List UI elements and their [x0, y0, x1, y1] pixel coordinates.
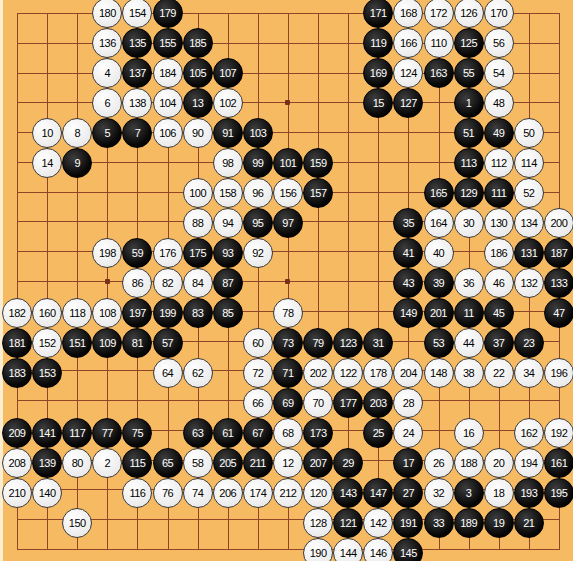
intersection-7-1[interactable]	[213, 28, 243, 58]
intersection-6-8[interactable]: 175	[183, 238, 213, 268]
intersection-3-6[interactable]	[92, 178, 122, 208]
intersection-17-1[interactable]	[514, 28, 544, 58]
intersection-6-1[interactable]: 185	[183, 28, 213, 58]
intersection-8-15[interactable]: 211	[243, 448, 273, 478]
intersection-9-3[interactable]	[273, 88, 303, 118]
intersection-11-18[interactable]: 144	[333, 538, 363, 561]
intersection-9-5[interactable]: 101	[273, 148, 303, 178]
intersection-5-2[interactable]: 184	[153, 58, 183, 88]
intersection-9-13[interactable]: 69	[273, 388, 303, 418]
intersection-9-10[interactable]: 78	[273, 298, 303, 328]
intersection-16-5[interactable]: 112	[484, 148, 514, 178]
intersection-6-7[interactable]: 88	[183, 208, 213, 238]
intersection-3-1[interactable]: 136	[92, 28, 122, 58]
intersection-0-5[interactable]	[2, 148, 32, 178]
intersection-5-16[interactable]: 76	[153, 478, 183, 508]
intersection-15-13[interactable]	[454, 388, 484, 418]
intersection-13-4[interactable]	[393, 118, 423, 148]
intersection-7-7[interactable]: 94	[213, 208, 243, 238]
intersection-1-7[interactable]	[32, 208, 62, 238]
intersection-13-2[interactable]: 124	[393, 58, 423, 88]
intersection-2-8[interactable]	[62, 238, 92, 268]
intersection-8-10[interactable]	[243, 298, 273, 328]
intersection-13-8[interactable]: 41	[393, 238, 423, 268]
intersection-4-7[interactable]	[122, 208, 152, 238]
intersection-4-8[interactable]: 59	[122, 238, 152, 268]
intersection-12-13[interactable]: 203	[363, 388, 393, 418]
intersection-0-3[interactable]	[2, 88, 32, 118]
intersection-4-6[interactable]	[122, 178, 152, 208]
intersection-2-15[interactable]: 80	[62, 448, 92, 478]
intersection-6-0[interactable]	[183, 0, 213, 28]
intersection-14-15[interactable]: 26	[423, 448, 453, 478]
intersection-7-5[interactable]: 98	[213, 148, 243, 178]
intersection-8-16[interactable]: 174	[243, 478, 273, 508]
intersection-6-12[interactable]: 62	[183, 358, 213, 388]
intersection-17-18[interactable]	[514, 538, 544, 561]
intersection-7-6[interactable]: 158	[213, 178, 243, 208]
intersection-10-13[interactable]: 70	[303, 388, 333, 418]
intersection-14-9[interactable]: 39	[423, 268, 453, 298]
intersection-11-17[interactable]: 121	[333, 508, 363, 538]
intersection-18-13[interactable]	[544, 388, 573, 418]
intersection-17-16[interactable]: 193	[514, 478, 544, 508]
intersection-12-5[interactable]	[363, 148, 393, 178]
intersection-5-17[interactable]	[153, 508, 183, 538]
intersection-12-12[interactable]: 178	[363, 358, 393, 388]
intersection-14-0[interactable]: 172	[423, 0, 453, 28]
intersection-16-6[interactable]: 111	[484, 178, 514, 208]
intersection-3-13[interactable]	[92, 388, 122, 418]
intersection-17-2[interactable]	[514, 58, 544, 88]
intersection-18-14[interactable]: 192	[544, 418, 573, 448]
intersection-4-18[interactable]	[122, 538, 152, 561]
intersection-18-12[interactable]: 196	[544, 358, 573, 388]
intersection-18-8[interactable]: 187	[544, 238, 573, 268]
intersection-16-7[interactable]: 130	[484, 208, 514, 238]
intersection-3-18[interactable]	[92, 538, 122, 561]
intersection-2-17[interactable]: 150	[62, 508, 92, 538]
intersection-1-6[interactable]	[32, 178, 62, 208]
intersection-5-13[interactable]	[153, 388, 183, 418]
intersection-10-5[interactable]: 159	[303, 148, 333, 178]
intersection-11-7[interactable]	[333, 208, 363, 238]
intersection-1-18[interactable]	[32, 538, 62, 561]
intersection-8-0[interactable]	[243, 0, 273, 28]
intersection-5-9[interactable]: 82	[153, 268, 183, 298]
intersection-1-17[interactable]	[32, 508, 62, 538]
intersection-7-10[interactable]: 85	[213, 298, 243, 328]
intersection-11-5[interactable]	[333, 148, 363, 178]
intersection-5-10[interactable]: 199	[153, 298, 183, 328]
intersection-12-6[interactable]	[363, 178, 393, 208]
intersection-7-0[interactable]	[213, 0, 243, 28]
intersection-13-11[interactable]	[393, 328, 423, 358]
intersection-17-13[interactable]	[514, 388, 544, 418]
intersection-6-15[interactable]: 58	[183, 448, 213, 478]
intersection-4-12[interactable]	[122, 358, 152, 388]
intersection-14-2[interactable]: 163	[423, 58, 453, 88]
intersection-16-4[interactable]: 49	[484, 118, 514, 148]
intersection-11-9[interactable]	[333, 268, 363, 298]
intersection-18-6[interactable]	[544, 178, 573, 208]
intersection-9-18[interactable]	[273, 538, 303, 561]
intersection-14-5[interactable]	[423, 148, 453, 178]
intersection-1-11[interactable]: 152	[32, 328, 62, 358]
intersection-16-10[interactable]: 45	[484, 298, 514, 328]
intersection-18-17[interactable]	[544, 508, 573, 538]
intersection-2-5[interactable]: 9	[62, 148, 92, 178]
intersection-11-10[interactable]	[333, 298, 363, 328]
intersection-5-7[interactable]	[153, 208, 183, 238]
intersection-13-1[interactable]: 166	[393, 28, 423, 58]
intersection-0-17[interactable]	[2, 508, 32, 538]
intersection-4-2[interactable]: 137	[122, 58, 152, 88]
intersection-12-7[interactable]	[363, 208, 393, 238]
intersection-0-13[interactable]	[2, 388, 32, 418]
intersection-3-7[interactable]	[92, 208, 122, 238]
intersection-5-18[interactable]	[153, 538, 183, 561]
intersection-3-9[interactable]	[92, 268, 122, 298]
intersection-2-18[interactable]	[62, 538, 92, 561]
intersection-18-10[interactable]: 47	[544, 298, 573, 328]
intersection-7-16[interactable]: 206	[213, 478, 243, 508]
intersection-4-15[interactable]: 115	[122, 448, 152, 478]
intersection-17-15[interactable]: 194	[514, 448, 544, 478]
intersection-2-12[interactable]	[62, 358, 92, 388]
intersection-1-12[interactable]: 153	[32, 358, 62, 388]
intersection-6-4[interactable]: 90	[183, 118, 213, 148]
intersection-0-4[interactable]	[2, 118, 32, 148]
intersection-16-15[interactable]: 20	[484, 448, 514, 478]
intersection-3-10[interactable]: 108	[92, 298, 122, 328]
intersection-12-14[interactable]: 25	[363, 418, 393, 448]
intersection-11-6[interactable]	[333, 178, 363, 208]
intersection-15-1[interactable]: 125	[454, 28, 484, 58]
intersection-14-16[interactable]: 32	[423, 478, 453, 508]
intersection-10-8[interactable]	[303, 238, 333, 268]
intersection-13-16[interactable]: 27	[393, 478, 423, 508]
intersection-14-6[interactable]: 165	[423, 178, 453, 208]
intersection-6-17[interactable]	[183, 508, 213, 538]
intersection-0-14[interactable]: 209	[2, 418, 32, 448]
intersection-10-9[interactable]	[303, 268, 333, 298]
intersection-6-5[interactable]	[183, 148, 213, 178]
intersection-6-16[interactable]: 74	[183, 478, 213, 508]
intersection-1-4[interactable]: 10	[32, 118, 62, 148]
intersection-2-2[interactable]	[62, 58, 92, 88]
intersection-14-12[interactable]: 148	[423, 358, 453, 388]
intersection-16-18[interactable]	[484, 538, 514, 561]
intersection-2-3[interactable]	[62, 88, 92, 118]
intersection-13-10[interactable]: 149	[393, 298, 423, 328]
intersection-2-13[interactable]	[62, 388, 92, 418]
intersection-16-3[interactable]: 48	[484, 88, 514, 118]
intersection-10-14[interactable]: 173	[303, 418, 333, 448]
intersection-13-15[interactable]: 17	[393, 448, 423, 478]
intersection-0-16[interactable]: 210	[2, 478, 32, 508]
intersection-1-10[interactable]: 160	[32, 298, 62, 328]
intersection-7-17[interactable]	[213, 508, 243, 538]
intersection-0-8[interactable]	[2, 238, 32, 268]
intersection-12-11[interactable]: 31	[363, 328, 393, 358]
intersection-5-14[interactable]	[153, 418, 183, 448]
intersection-10-1[interactable]	[303, 28, 333, 58]
intersection-3-3[interactable]: 6	[92, 88, 122, 118]
intersection-8-11[interactable]: 60	[243, 328, 273, 358]
intersection-11-1[interactable]	[333, 28, 363, 58]
intersection-6-13[interactable]	[183, 388, 213, 418]
intersection-18-5[interactable]	[544, 148, 573, 178]
intersection-17-0[interactable]	[514, 0, 544, 28]
intersection-8-3[interactable]	[243, 88, 273, 118]
intersection-0-12[interactable]: 183	[2, 358, 32, 388]
intersection-7-2[interactable]: 107	[213, 58, 243, 88]
intersection-8-4[interactable]: 103	[243, 118, 273, 148]
intersection-15-12[interactable]: 38	[454, 358, 484, 388]
intersection-16-0[interactable]: 170	[484, 0, 514, 28]
intersection-5-11[interactable]: 57	[153, 328, 183, 358]
intersection-7-18[interactable]	[213, 538, 243, 561]
intersection-4-11[interactable]: 81	[122, 328, 152, 358]
intersection-0-18[interactable]	[2, 538, 32, 561]
intersection-6-10[interactable]: 83	[183, 298, 213, 328]
intersection-0-0[interactable]	[2, 0, 32, 28]
intersection-5-6[interactable]	[153, 178, 183, 208]
intersection-15-17[interactable]: 189	[454, 508, 484, 538]
intersection-9-7[interactable]: 97	[273, 208, 303, 238]
intersection-15-16[interactable]: 3	[454, 478, 484, 508]
intersection-8-17[interactable]	[243, 508, 273, 538]
intersection-8-8[interactable]: 92	[243, 238, 273, 268]
intersection-2-6[interactable]	[62, 178, 92, 208]
intersection-10-18[interactable]: 190	[303, 538, 333, 561]
intersection-17-8[interactable]: 131	[514, 238, 544, 268]
intersection-12-17[interactable]: 142	[363, 508, 393, 538]
intersection-14-7[interactable]: 164	[423, 208, 453, 238]
intersection-16-8[interactable]: 186	[484, 238, 514, 268]
intersection-11-4[interactable]	[333, 118, 363, 148]
intersection-8-7[interactable]: 95	[243, 208, 273, 238]
intersection-14-18[interactable]	[423, 538, 453, 561]
intersection-15-6[interactable]: 129	[454, 178, 484, 208]
intersection-12-2[interactable]: 169	[363, 58, 393, 88]
intersection-14-10[interactable]: 201	[423, 298, 453, 328]
intersection-17-14[interactable]: 162	[514, 418, 544, 448]
intersection-13-12[interactable]: 204	[393, 358, 423, 388]
intersection-15-7[interactable]: 30	[454, 208, 484, 238]
intersection-14-8[interactable]: 40	[423, 238, 453, 268]
intersection-9-4[interactable]	[273, 118, 303, 148]
intersection-15-15[interactable]: 188	[454, 448, 484, 478]
intersection-12-4[interactable]	[363, 118, 393, 148]
intersection-1-8[interactable]	[32, 238, 62, 268]
intersection-18-4[interactable]	[544, 118, 573, 148]
intersection-5-1[interactable]: 155	[153, 28, 183, 58]
intersection-9-16[interactable]: 212	[273, 478, 303, 508]
intersection-11-14[interactable]	[333, 418, 363, 448]
intersection-18-11[interactable]	[544, 328, 573, 358]
intersection-7-14[interactable]: 61	[213, 418, 243, 448]
intersection-4-9[interactable]: 86	[122, 268, 152, 298]
intersection-4-10[interactable]: 197	[122, 298, 152, 328]
intersection-8-9[interactable]	[243, 268, 273, 298]
intersection-2-1[interactable]	[62, 28, 92, 58]
intersection-14-1[interactable]: 110	[423, 28, 453, 58]
intersection-18-16[interactable]: 195	[544, 478, 573, 508]
intersection-7-8[interactable]: 93	[213, 238, 243, 268]
intersection-4-1[interactable]: 135	[122, 28, 152, 58]
intersection-9-9[interactable]	[273, 268, 303, 298]
intersection-3-15[interactable]: 2	[92, 448, 122, 478]
intersection-8-5[interactable]: 99	[243, 148, 273, 178]
intersection-3-4[interactable]: 5	[92, 118, 122, 148]
intersection-2-4[interactable]: 8	[62, 118, 92, 148]
intersection-11-16[interactable]: 143	[333, 478, 363, 508]
intersection-8-2[interactable]	[243, 58, 273, 88]
intersection-10-2[interactable]	[303, 58, 333, 88]
intersection-16-1[interactable]: 56	[484, 28, 514, 58]
intersection-4-13[interactable]	[122, 388, 152, 418]
intersection-7-12[interactable]	[213, 358, 243, 388]
intersection-11-13[interactable]: 177	[333, 388, 363, 418]
intersection-12-8[interactable]	[363, 238, 393, 268]
intersection-0-2[interactable]	[2, 58, 32, 88]
intersection-11-0[interactable]	[333, 0, 363, 28]
intersection-10-12[interactable]: 202	[303, 358, 333, 388]
intersection-12-3[interactable]: 15	[363, 88, 393, 118]
intersection-16-11[interactable]: 37	[484, 328, 514, 358]
intersection-14-11[interactable]: 53	[423, 328, 453, 358]
intersection-0-11[interactable]: 181	[2, 328, 32, 358]
intersection-17-10[interactable]	[514, 298, 544, 328]
intersection-12-16[interactable]: 147	[363, 478, 393, 508]
intersection-11-8[interactable]	[333, 238, 363, 268]
intersection-8-12[interactable]: 72	[243, 358, 273, 388]
intersection-18-0[interactable]	[544, 0, 573, 28]
intersection-13-13[interactable]: 28	[393, 388, 423, 418]
intersection-10-11[interactable]: 79	[303, 328, 333, 358]
intersection-6-6[interactable]: 100	[183, 178, 213, 208]
intersection-12-10[interactable]	[363, 298, 393, 328]
intersection-5-3[interactable]: 104	[153, 88, 183, 118]
intersection-14-13[interactable]	[423, 388, 453, 418]
intersection-14-14[interactable]	[423, 418, 453, 448]
intersection-6-18[interactable]	[183, 538, 213, 561]
intersection-2-10[interactable]: 118	[62, 298, 92, 328]
intersection-13-7[interactable]: 35	[393, 208, 423, 238]
intersection-11-15[interactable]: 29	[333, 448, 363, 478]
intersection-8-14[interactable]: 67	[243, 418, 273, 448]
intersection-13-3[interactable]: 127	[393, 88, 423, 118]
intersection-5-5[interactable]	[153, 148, 183, 178]
intersection-2-7[interactable]	[62, 208, 92, 238]
intersection-13-17[interactable]: 191	[393, 508, 423, 538]
intersection-17-11[interactable]: 23	[514, 328, 544, 358]
intersection-15-10[interactable]: 11	[454, 298, 484, 328]
intersection-16-9[interactable]: 46	[484, 268, 514, 298]
intersection-3-8[interactable]: 198	[92, 238, 122, 268]
intersection-2-16[interactable]	[62, 478, 92, 508]
intersection-7-3[interactable]: 102	[213, 88, 243, 118]
intersection-5-12[interactable]: 64	[153, 358, 183, 388]
intersection-1-3[interactable]	[32, 88, 62, 118]
intersection-15-8[interactable]	[454, 238, 484, 268]
intersection-10-4[interactable]	[303, 118, 333, 148]
intersection-15-11[interactable]: 44	[454, 328, 484, 358]
intersection-5-15[interactable]: 65	[153, 448, 183, 478]
intersection-9-14[interactable]: 68	[273, 418, 303, 448]
intersection-7-13[interactable]	[213, 388, 243, 418]
intersection-3-17[interactable]	[92, 508, 122, 538]
intersection-15-2[interactable]: 55	[454, 58, 484, 88]
intersection-17-17[interactable]: 21	[514, 508, 544, 538]
intersection-14-17[interactable]: 33	[423, 508, 453, 538]
intersection-17-7[interactable]: 134	[514, 208, 544, 238]
intersection-10-15[interactable]: 207	[303, 448, 333, 478]
intersection-18-7[interactable]: 200	[544, 208, 573, 238]
intersection-6-14[interactable]: 63	[183, 418, 213, 448]
intersection-17-12[interactable]: 34	[514, 358, 544, 388]
intersection-3-11[interactable]: 109	[92, 328, 122, 358]
intersection-15-14[interactable]: 16	[454, 418, 484, 448]
intersection-0-6[interactable]	[2, 178, 32, 208]
intersection-4-5[interactable]	[122, 148, 152, 178]
intersection-7-9[interactable]: 87	[213, 268, 243, 298]
intersection-3-16[interactable]	[92, 478, 122, 508]
intersection-3-2[interactable]: 4	[92, 58, 122, 88]
intersection-16-14[interactable]	[484, 418, 514, 448]
intersection-0-10[interactable]: 182	[2, 298, 32, 328]
intersection-1-16[interactable]: 140	[32, 478, 62, 508]
intersection-0-7[interactable]	[2, 208, 32, 238]
intersection-10-10[interactable]	[303, 298, 333, 328]
intersection-18-3[interactable]	[544, 88, 573, 118]
intersection-4-14[interactable]: 75	[122, 418, 152, 448]
intersection-18-2[interactable]	[544, 58, 573, 88]
intersection-10-3[interactable]	[303, 88, 333, 118]
intersection-0-15[interactable]: 208	[2, 448, 32, 478]
intersection-1-15[interactable]: 139	[32, 448, 62, 478]
intersection-12-1[interactable]: 119	[363, 28, 393, 58]
intersection-7-11[interactable]	[213, 328, 243, 358]
intersection-9-6[interactable]: 156	[273, 178, 303, 208]
intersection-17-3[interactable]	[514, 88, 544, 118]
intersection-18-1[interactable]	[544, 28, 573, 58]
intersection-6-3[interactable]: 13	[183, 88, 213, 118]
intersection-7-15[interactable]: 205	[213, 448, 243, 478]
intersection-12-9[interactable]	[363, 268, 393, 298]
intersection-16-16[interactable]: 18	[484, 478, 514, 508]
intersection-15-3[interactable]: 1	[454, 88, 484, 118]
intersection-1-9[interactable]	[32, 268, 62, 298]
intersection-10-6[interactable]: 157	[303, 178, 333, 208]
intersection-6-2[interactable]: 105	[183, 58, 213, 88]
intersection-13-18[interactable]: 145	[393, 538, 423, 561]
intersection-8-13[interactable]: 66	[243, 388, 273, 418]
intersection-10-7[interactable]	[303, 208, 333, 238]
intersection-1-13[interactable]	[32, 388, 62, 418]
intersection-12-15[interactable]	[363, 448, 393, 478]
go-board[interactable]: 1801541791711681721261701361351551851191…	[0, 0, 573, 561]
intersection-11-12[interactable]: 122	[333, 358, 363, 388]
intersection-7-4[interactable]: 91	[213, 118, 243, 148]
intersection-1-0[interactable]	[32, 0, 62, 28]
intersection-8-18[interactable]	[243, 538, 273, 561]
intersection-9-11[interactable]: 73	[273, 328, 303, 358]
intersection-2-0[interactable]	[62, 0, 92, 28]
intersection-4-0[interactable]: 154	[122, 0, 152, 28]
